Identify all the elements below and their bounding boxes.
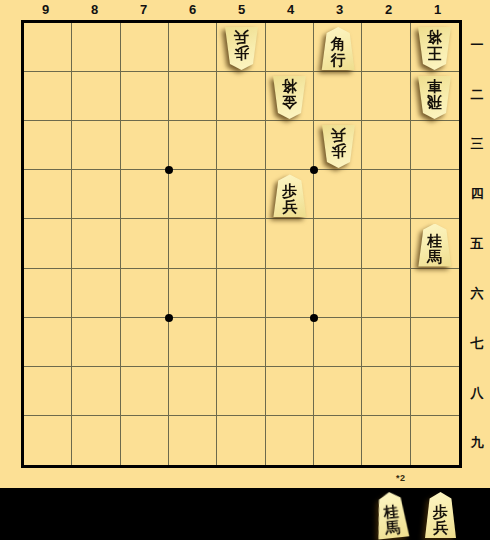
- board-cell[interactable]: [121, 219, 169, 268]
- star-point: [165, 166, 173, 174]
- star-point: [310, 314, 318, 322]
- rank-label: 七: [464, 319, 490, 369]
- sente-hand-tray: 桂馬歩兵: [0, 488, 490, 540]
- rank-label: 六: [464, 269, 490, 319]
- board-cell[interactable]: [24, 121, 72, 170]
- shogi-diagram: 987654321 歩兵角行王将金将飛車歩兵歩兵桂馬 一二三四五六七八九 *2 …: [0, 0, 490, 540]
- piece-kanji: 王: [427, 45, 442, 61]
- board-cell[interactable]: [169, 23, 217, 72]
- board-cell[interactable]: [266, 121, 314, 170]
- rank-label: 九: [464, 418, 490, 468]
- shogi-piece-knight-15[interactable]: 桂馬: [417, 224, 452, 267]
- board-cell[interactable]: [217, 170, 265, 219]
- piece-kanji: 歩: [331, 143, 346, 159]
- rank-label: 一: [464, 20, 490, 70]
- board-cell[interactable]: [121, 23, 169, 72]
- board-cell[interactable]: [169, 170, 217, 219]
- board-cell[interactable]: [411, 121, 459, 170]
- board-cell[interactable]: [411, 318, 459, 367]
- board-cell[interactable]: [362, 318, 410, 367]
- file-label: 9: [21, 0, 70, 19]
- board-cell[interactable]: [72, 367, 120, 416]
- board-cell[interactable]: [24, 269, 72, 318]
- board-cell[interactable]: [169, 72, 217, 121]
- board-cell[interactable]: [121, 121, 169, 170]
- board-cell[interactable]: [169, 269, 217, 318]
- board-cell[interactable]: [314, 219, 362, 268]
- board-cell[interactable]: [411, 367, 459, 416]
- board-grid: [24, 23, 459, 465]
- board-cell[interactable]: [266, 219, 314, 268]
- shogi-piece-pawn-in-hand[interactable]: 歩兵: [424, 492, 457, 538]
- piece-kanji: 将: [427, 29, 442, 45]
- board-cell[interactable]: [314, 367, 362, 416]
- shogi-piece-pawn-44[interactable]: 歩兵: [272, 174, 307, 217]
- piece-kanji: 車: [427, 78, 442, 94]
- board-cell[interactable]: [266, 269, 314, 318]
- board-cell[interactable]: [24, 23, 72, 72]
- board-cell[interactable]: [266, 318, 314, 367]
- board-cell[interactable]: [72, 121, 120, 170]
- shogi-piece-gold-42[interactable]: 金将: [272, 76, 307, 119]
- piece-kanji: 馬: [427, 249, 442, 265]
- star-point: [165, 314, 173, 322]
- board-cell[interactable]: [362, 367, 410, 416]
- board-cell[interactable]: [266, 367, 314, 416]
- file-label: 5: [217, 0, 266, 19]
- piece-kanji: 歩: [282, 183, 297, 199]
- board-cell[interactable]: [362, 219, 410, 268]
- board-cell[interactable]: [362, 72, 410, 121]
- piece-kanji: 金: [282, 94, 297, 110]
- board-cell[interactable]: [24, 318, 72, 367]
- board-cell[interactable]: [121, 269, 169, 318]
- piece-kanji: 飛: [427, 94, 442, 110]
- board-cell[interactable]: [72, 269, 120, 318]
- board-cell[interactable]: [24, 219, 72, 268]
- file-label: 3: [315, 0, 364, 19]
- piece-kanji: 歩: [234, 45, 249, 61]
- rank-label: 五: [464, 219, 490, 269]
- board-cell[interactable]: [24, 367, 72, 416]
- shogi-piece-pawn-33[interactable]: 歩兵: [321, 125, 356, 168]
- rank-label: 三: [464, 120, 490, 170]
- board-cell[interactable]: [314, 72, 362, 121]
- board-cell[interactable]: [72, 170, 120, 219]
- board-cell[interactable]: [266, 416, 314, 465]
- rank-label: 二: [464, 70, 490, 120]
- board-cell[interactable]: [169, 367, 217, 416]
- board-cell[interactable]: [121, 318, 169, 367]
- board-cell[interactable]: [169, 318, 217, 367]
- board-cell[interactable]: [121, 72, 169, 121]
- shogi-piece-rook-12[interactable]: 飛車: [417, 76, 452, 119]
- board-cell[interactable]: [121, 367, 169, 416]
- board-cell[interactable]: [24, 72, 72, 121]
- board-cell[interactable]: [411, 170, 459, 219]
- board-cell[interactable]: [314, 318, 362, 367]
- board-cell[interactable]: [217, 416, 265, 465]
- board-cell[interactable]: [121, 416, 169, 465]
- board-cell[interactable]: [314, 170, 362, 219]
- piece-kanji: 将: [282, 78, 297, 94]
- piece-kanji: 行: [331, 52, 346, 68]
- rank-labels: 一二三四五六七八九: [464, 20, 490, 468]
- board-cell[interactable]: [362, 416, 410, 465]
- board-cell[interactable]: [217, 219, 265, 268]
- piece-kanji: 兵: [433, 520, 448, 536]
- rank-label: 四: [464, 169, 490, 219]
- board-cell[interactable]: [314, 416, 362, 465]
- board-cell[interactable]: [217, 367, 265, 416]
- file-label: 6: [168, 0, 217, 19]
- piece-kanji: 歩: [433, 504, 448, 520]
- board-cell[interactable]: [169, 121, 217, 170]
- piece-kanji: 兵: [234, 29, 249, 45]
- piece-kanji: 角: [331, 36, 346, 52]
- file-label: 2: [364, 0, 413, 19]
- file-labels: 987654321: [21, 0, 462, 19]
- board-cell[interactable]: [362, 23, 410, 72]
- star-point: [310, 166, 318, 174]
- board-cell[interactable]: [72, 416, 120, 465]
- board-cell[interactable]: [362, 121, 410, 170]
- shogi-piece-knight-in-hand[interactable]: 桂馬: [373, 490, 411, 539]
- board-cell[interactable]: [217, 318, 265, 367]
- rank-label: 八: [464, 368, 490, 418]
- piece-kanji: 桂: [427, 233, 442, 249]
- board-cell[interactable]: [72, 318, 120, 367]
- board-cell[interactable]: [362, 269, 410, 318]
- board-cell[interactable]: [24, 416, 72, 465]
- board-cell[interactable]: [217, 269, 265, 318]
- board-cell[interactable]: [121, 170, 169, 219]
- file-label: 7: [119, 0, 168, 19]
- board-cell[interactable]: [169, 219, 217, 268]
- board-cell[interactable]: [411, 416, 459, 465]
- board-cell[interactable]: [72, 23, 120, 72]
- board-cell[interactable]: [362, 170, 410, 219]
- piece-kanji: 兵: [331, 127, 346, 143]
- file-label: 1: [413, 0, 462, 19]
- board-cell[interactable]: [72, 72, 120, 121]
- file-label: 4: [266, 0, 315, 19]
- piece-kanji: 兵: [282, 199, 297, 215]
- board-cell[interactable]: [266, 23, 314, 72]
- shogi-piece-king-11[interactable]: 王将: [417, 27, 452, 70]
- board-cell[interactable]: [217, 72, 265, 121]
- board-cell[interactable]: [169, 416, 217, 465]
- shogi-piece-pawn-51[interactable]: 歩兵: [224, 27, 259, 70]
- shogi-piece-bishop-31[interactable]: 角行: [321, 27, 356, 70]
- board-cell[interactable]: [314, 269, 362, 318]
- file-label: 8: [70, 0, 119, 19]
- board-cell[interactable]: [24, 170, 72, 219]
- shogi-board: 歩兵角行王将金将飛車歩兵歩兵桂馬: [21, 20, 462, 468]
- board-cell[interactable]: [217, 121, 265, 170]
- board-cell[interactable]: [411, 269, 459, 318]
- board-cell[interactable]: [72, 219, 120, 268]
- piece-kanji: 馬: [385, 519, 402, 536]
- hand-annotation: *2: [396, 473, 406, 483]
